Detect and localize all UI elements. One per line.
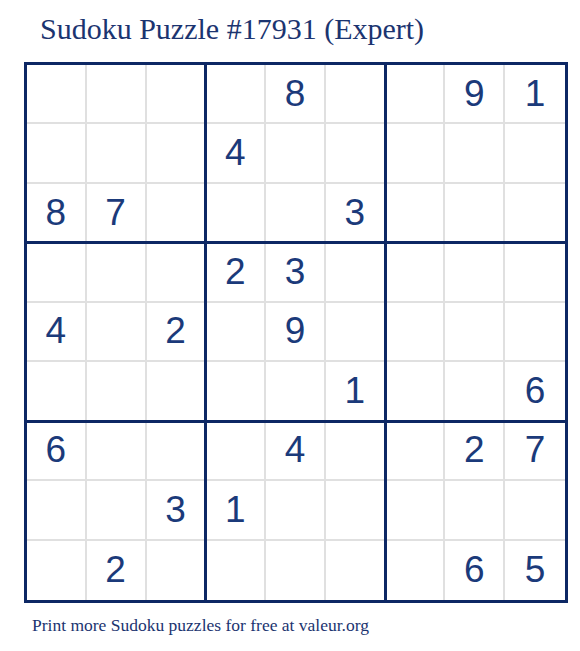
cell-r1c2[interactable] [87,65,147,124]
cell-r6c7[interactable] [386,362,446,421]
cell-r7c5[interactable]: 4 [266,422,326,481]
cell-r3c9[interactable] [505,184,565,243]
sudoku-board: 89148732342916642731265 [24,62,568,603]
cell-r9c3[interactable] [147,541,207,600]
cell-r6c5[interactable] [266,362,326,421]
footer-text: Print more Sudoku puzzles for free at va… [32,615,369,636]
cell-r5c4[interactable] [206,303,266,362]
cell-r5c6[interactable] [326,303,386,362]
box-divider-vertical-2 [384,65,387,600]
cell-r7c6[interactable] [326,422,386,481]
cell-r2c5[interactable] [266,124,326,183]
cell-r6c1[interactable] [27,362,87,421]
cell-r6c9[interactable]: 6 [505,362,565,421]
cell-r4c3[interactable] [147,243,207,302]
cell-r6c3[interactable] [147,362,207,421]
cell-r9c9[interactable]: 5 [505,541,565,600]
cell-r2c3[interactable] [147,124,207,183]
cell-r8c4[interactable]: 1 [206,481,266,540]
cell-r8c3[interactable]: 3 [147,481,207,540]
cell-r1c4[interactable] [206,65,266,124]
cell-r2c9[interactable] [505,124,565,183]
cell-r7c9[interactable]: 7 [505,422,565,481]
cell-r6c8[interactable] [445,362,505,421]
cell-r4c9[interactable] [505,243,565,302]
box-divider-horizontal-1 [27,241,565,244]
cell-r2c2[interactable] [87,124,147,183]
cell-r8c2[interactable] [87,481,147,540]
cell-r2c6[interactable] [326,124,386,183]
cell-r1c7[interactable] [386,65,446,124]
cell-r3c3[interactable] [147,184,207,243]
cell-r9c6[interactable] [326,541,386,600]
cell-r1c3[interactable] [147,65,207,124]
sudoku-grid: 89148732342916642731265 [27,65,565,600]
cell-r1c1[interactable] [27,65,87,124]
cell-r5c7[interactable] [386,303,446,362]
cell-r5c3[interactable]: 2 [147,303,207,362]
page-title: Sudoku Puzzle #17931 (Expert) [40,12,424,46]
cell-r9c5[interactable] [266,541,326,600]
cell-r8c7[interactable] [386,481,446,540]
cell-r3c5[interactable] [266,184,326,243]
cell-r7c1[interactable]: 6 [27,422,87,481]
cell-r1c6[interactable] [326,65,386,124]
cell-r4c2[interactable] [87,243,147,302]
box-divider-vertical-1 [204,65,207,600]
cell-r3c8[interactable] [445,184,505,243]
cell-r4c1[interactable] [27,243,87,302]
cell-r2c7[interactable] [386,124,446,183]
cell-r5c8[interactable] [445,303,505,362]
cell-r3c4[interactable] [206,184,266,243]
cell-r4c6[interactable] [326,243,386,302]
cell-r7c8[interactable]: 2 [445,422,505,481]
cell-r2c4[interactable]: 4 [206,124,266,183]
cell-r6c4[interactable] [206,362,266,421]
cell-r5c5[interactable]: 9 [266,303,326,362]
cell-r8c6[interactable] [326,481,386,540]
cell-r8c9[interactable] [505,481,565,540]
cell-r5c9[interactable] [505,303,565,362]
cell-r3c7[interactable] [386,184,446,243]
cell-r4c8[interactable] [445,243,505,302]
cell-r7c3[interactable] [147,422,207,481]
cell-r2c1[interactable] [27,124,87,183]
cell-r5c1[interactable]: 4 [27,303,87,362]
cell-r3c1[interactable]: 8 [27,184,87,243]
cell-r7c2[interactable] [87,422,147,481]
cell-r9c4[interactable] [206,541,266,600]
cell-r4c5[interactable]: 3 [266,243,326,302]
cell-r7c7[interactable] [386,422,446,481]
cell-r6c6[interactable]: 1 [326,362,386,421]
cell-r5c2[interactable] [87,303,147,362]
cell-r8c8[interactable] [445,481,505,540]
cell-r1c9[interactable]: 1 [505,65,565,124]
cell-r8c1[interactable] [27,481,87,540]
box-divider-horizontal-2 [27,420,565,423]
cell-r2c8[interactable] [445,124,505,183]
cell-r6c2[interactable] [87,362,147,421]
cell-r4c7[interactable] [386,243,446,302]
cell-r1c5[interactable]: 8 [266,65,326,124]
cell-r7c4[interactable] [206,422,266,481]
cell-r1c8[interactable]: 9 [445,65,505,124]
cell-r3c6[interactable]: 3 [326,184,386,243]
cell-r9c2[interactable]: 2 [87,541,147,600]
cell-r8c5[interactable] [266,481,326,540]
cell-r9c8[interactable]: 6 [445,541,505,600]
page: Sudoku Puzzle #17931 (Expert) 8914873234… [0,0,580,651]
cell-r4c4[interactable]: 2 [206,243,266,302]
cell-r9c1[interactable] [27,541,87,600]
cell-r9c7[interactable] [386,541,446,600]
cell-r3c2[interactable]: 7 [87,184,147,243]
